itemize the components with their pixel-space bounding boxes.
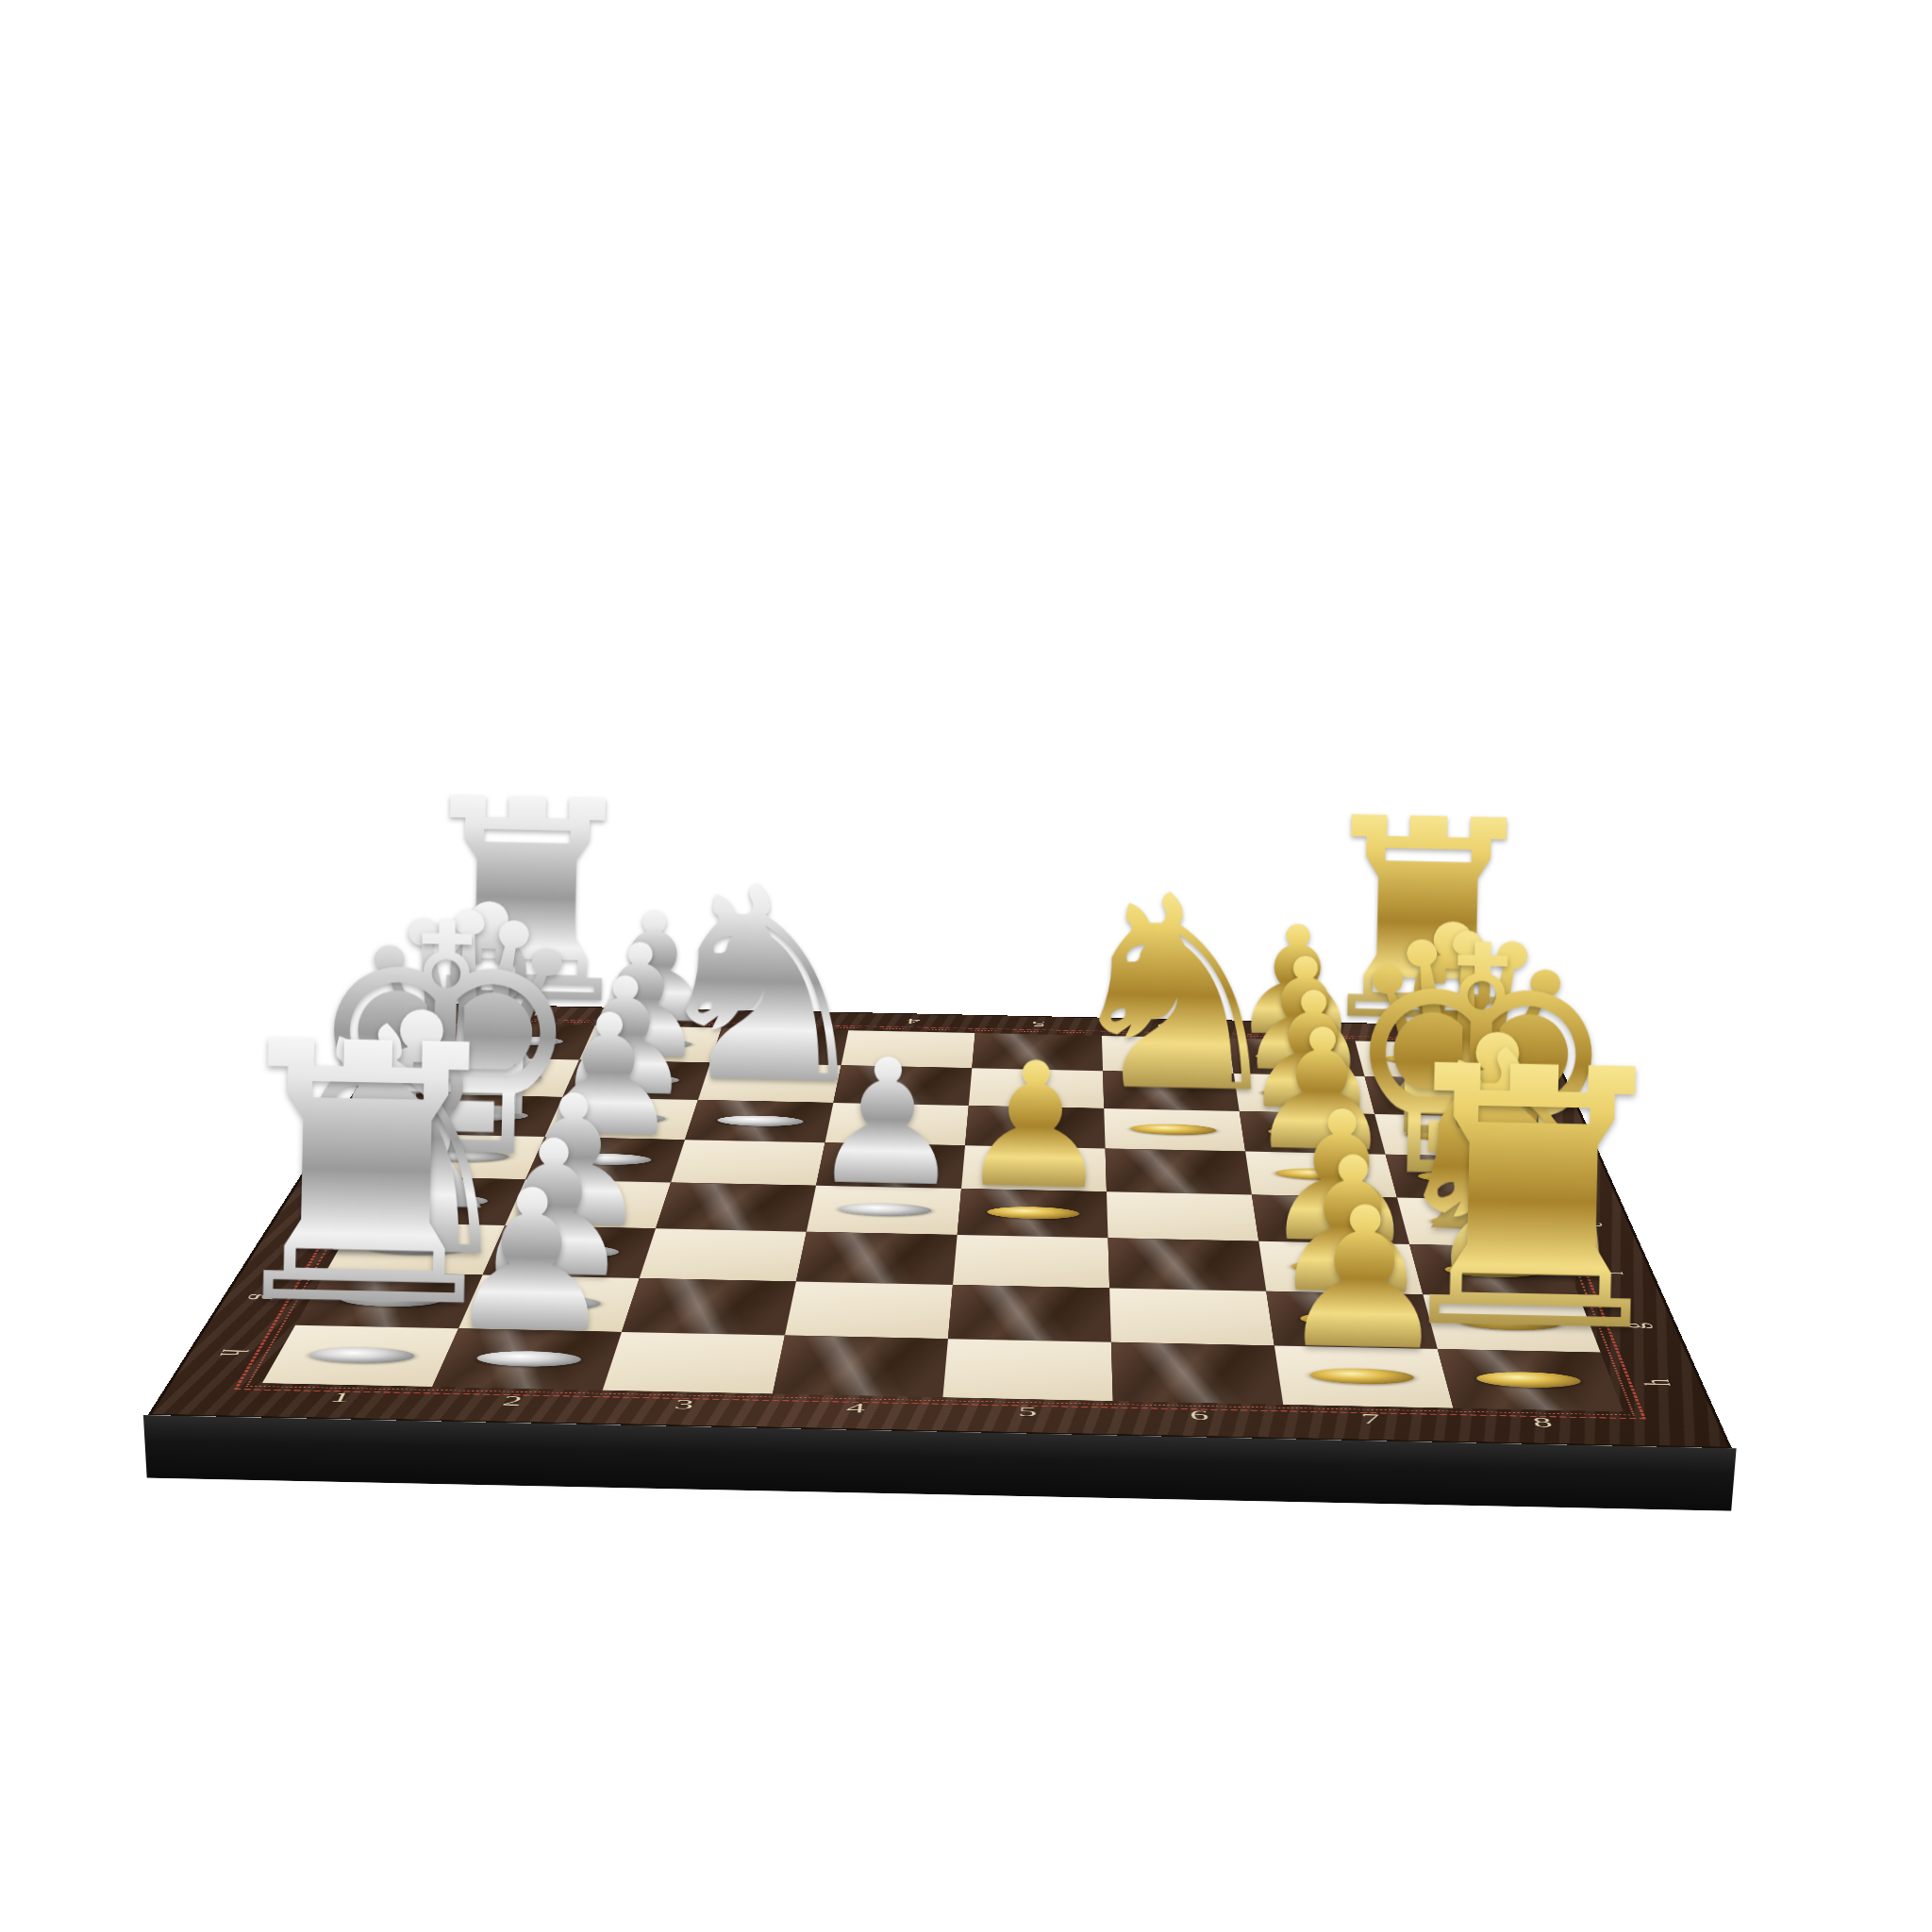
camera-tilt: 1234567812345678abcdefghabcdefgh♜♝♛♚♝♞♜♟… bbox=[0, 0, 1932, 1932]
rank-label-far-7: 7 bbox=[1264, 1024, 1314, 1033]
product-photo: 1234567812345678abcdefghabcdefgh♜♝♛♚♝♞♜♟… bbox=[0, 0, 1932, 1932]
piece-black-rook-h8: ♜ bbox=[1366, 1020, 1698, 1384]
rank-label-near-4: 4 bbox=[822, 1401, 891, 1416]
chess-board: 1234567812345678abcdefghabcdefgh♜♝♛♚♝♞♜♟… bbox=[148, 1003, 1732, 1448]
rank-label-near-5: 5 bbox=[993, 1404, 1060, 1419]
rank-label-near-6: 6 bbox=[1165, 1407, 1233, 1423]
piece-white-pawn-h2: ♟ bbox=[367, 1160, 695, 1362]
board-front-edge bbox=[143, 1415, 1737, 1511]
rank-label-far-6: 6 bbox=[1140, 1023, 1190, 1031]
rank-label-near-2: 2 bbox=[476, 1393, 549, 1408]
rank-label-near-8: 8 bbox=[1507, 1415, 1578, 1430]
rank-label-far-3: 3 bbox=[762, 1014, 813, 1023]
rank-label-far-2: 2 bbox=[637, 1011, 689, 1020]
piece-black-pawn-e5: ♟ bbox=[890, 1037, 1181, 1216]
